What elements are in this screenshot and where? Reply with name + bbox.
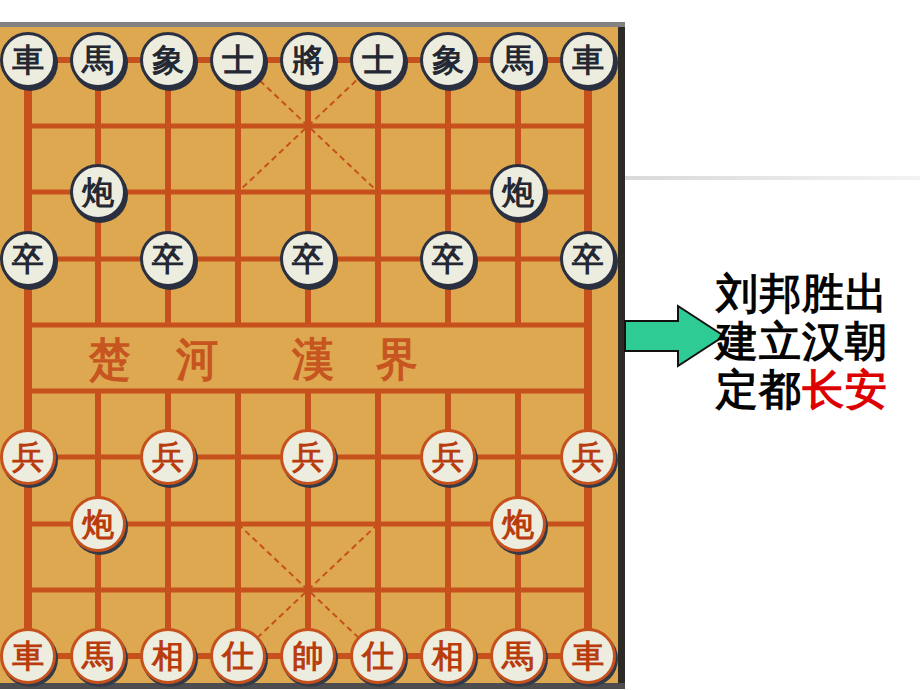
flow-arrow-shape — [625, 306, 724, 366]
piece-red-soldier[interactable]: 兵 — [0, 429, 56, 485]
piece-red-soldier[interactable]: 兵 — [560, 429, 616, 485]
piece-black-elephant[interactable]: 象 — [140, 32, 196, 88]
piece-red-elephant[interactable]: 相 — [140, 628, 196, 684]
piece-red-cannon[interactable]: 炮 — [70, 496, 126, 552]
annotation-line-3: 定都长安 — [716, 366, 916, 414]
piece-red-soldier[interactable]: 兵 — [140, 429, 196, 485]
piece-red-general[interactable]: 帥 — [280, 628, 336, 684]
piece-red-soldier[interactable]: 兵 — [420, 429, 476, 485]
piece-black-chariot[interactable]: 車 — [560, 32, 616, 88]
piece-black-elephant[interactable]: 象 — [420, 32, 476, 88]
piece-black-cannon[interactable]: 炮 — [490, 164, 546, 220]
xiangqi-board[interactable] — [0, 27, 618, 683]
piece-black-cannon[interactable]: 炮 — [70, 164, 126, 220]
piece-black-horse[interactable]: 馬 — [490, 32, 546, 88]
piece-black-general[interactable]: 將 — [280, 32, 336, 88]
piece-black-horse[interactable]: 馬 — [70, 32, 126, 88]
piece-red-horse[interactable]: 馬 — [70, 628, 126, 684]
piece-red-elephant[interactable]: 相 — [420, 628, 476, 684]
annotation-text: 刘邦胜出 建立汉朝 定都长安 — [716, 270, 916, 414]
annotation-line-1: 刘邦胜出 — [716, 270, 916, 318]
piece-black-soldier[interactable]: 卒 — [140, 231, 196, 287]
piece-red-advisor[interactable]: 仕 — [350, 628, 406, 684]
piece-black-soldier[interactable]: 卒 — [420, 231, 476, 287]
annotation-line-2: 建立汉朝 — [716, 318, 916, 366]
piece-red-horse[interactable]: 馬 — [490, 628, 546, 684]
divider-line — [625, 176, 920, 180]
slide: 楚 河 漢 界 車馬象士將士象馬車炮炮卒卒卒卒卒兵兵兵兵兵炮炮車馬相仕帥仕相馬車… — [0, 0, 920, 690]
piece-black-advisor[interactable]: 士 — [210, 32, 266, 88]
piece-black-soldier[interactable]: 卒 — [0, 231, 56, 287]
piece-black-chariot[interactable]: 車 — [0, 32, 56, 88]
annotation-line-3-prefix: 定都 — [716, 367, 802, 413]
annotation-line-3-highlight: 长安 — [802, 367, 888, 413]
board-bottom-border — [0, 683, 625, 689]
piece-red-advisor[interactable]: 仕 — [210, 628, 266, 684]
piece-black-soldier[interactable]: 卒 — [280, 231, 336, 287]
piece-black-soldier[interactable]: 卒 — [560, 231, 616, 287]
flow-arrow-icon — [620, 300, 728, 372]
piece-black-advisor[interactable]: 士 — [350, 32, 406, 88]
piece-red-chariot[interactable]: 車 — [0, 628, 56, 684]
piece-red-chariot[interactable]: 車 — [560, 628, 616, 684]
piece-red-cannon[interactable]: 炮 — [490, 496, 546, 552]
piece-red-soldier[interactable]: 兵 — [280, 429, 336, 485]
